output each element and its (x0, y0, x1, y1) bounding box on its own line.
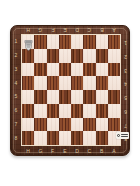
square-e8[interactable] (59, 131, 71, 145)
rank-label-left-4: 4 (11, 76, 21, 90)
square-e7[interactable] (59, 118, 71, 132)
square-a7[interactable] (108, 118, 120, 132)
square-h6[interactable] (22, 104, 34, 118)
file-label-bottom-b: B (96, 146, 108, 156)
square-f4[interactable] (47, 76, 59, 90)
square-e3[interactable] (59, 63, 71, 77)
square-g4[interactable] (34, 76, 46, 90)
square-e2[interactable] (59, 49, 71, 63)
file-label-top-e: E (59, 26, 71, 34)
square-b2[interactable] (96, 49, 108, 63)
square-b8[interactable] (96, 131, 108, 145)
rank-label-left-7: 7 (11, 118, 21, 132)
square-a2[interactable] (108, 49, 120, 63)
square-a1[interactable] (108, 35, 120, 49)
square-e4[interactable] (59, 76, 71, 90)
brand-label (116, 132, 129, 139)
rank-label-left-6: 6 (11, 104, 21, 118)
square-f2[interactable] (47, 49, 59, 63)
square-h3[interactable] (22, 63, 34, 77)
rank-label-right-4: 4 (121, 76, 130, 90)
file-label-bottom-c: C (83, 146, 95, 156)
square-g1[interactable] (34, 35, 46, 49)
square-d4[interactable] (71, 76, 83, 90)
square-d3[interactable] (71, 63, 83, 77)
rank-label-right-7: 7 (121, 118, 130, 132)
rank-label-right-3: 3 (121, 63, 130, 77)
square-c8[interactable] (83, 131, 95, 145)
file-label-top-c: C (83, 26, 95, 34)
coords-top: HGFEDCBA (22, 26, 120, 34)
rank-label-right-6: 6 (121, 104, 130, 118)
square-d7[interactable] (71, 118, 83, 132)
file-label-top-d: D (71, 26, 83, 34)
square-g7[interactable] (34, 118, 46, 132)
brand-logo-text (121, 134, 128, 137)
square-c7[interactable] (83, 118, 95, 132)
square-a3[interactable] (108, 63, 120, 77)
rank-label-left-8: 8 (11, 131, 21, 145)
square-d8[interactable] (71, 131, 83, 145)
playing-area (21, 34, 121, 146)
square-h8[interactable] (22, 131, 34, 145)
square-c3[interactable] (83, 63, 95, 77)
square-h5[interactable] (22, 90, 34, 104)
coords-bottom: HGFEDCBA (22, 146, 120, 156)
square-h7[interactable] (22, 118, 34, 132)
square-g2[interactable] (34, 49, 46, 63)
square-c1[interactable] (83, 35, 95, 49)
file-label-bottom-f: F (47, 146, 59, 156)
chess-board: HGFEDCBA HGFEDCBA 12345678 12345678 (10, 25, 130, 156)
square-f8[interactable] (47, 131, 59, 145)
square-a5[interactable] (108, 90, 120, 104)
square-g6[interactable] (34, 104, 46, 118)
square-f7[interactable] (47, 118, 59, 132)
square-g5[interactable] (34, 90, 46, 104)
square-h4[interactable] (22, 76, 34, 90)
coords-right: 12345678 (121, 35, 130, 145)
coords-left: 12345678 (11, 35, 21, 145)
square-c2[interactable] (83, 49, 95, 63)
rank-label-right-1: 1 (121, 35, 130, 49)
square-e6[interactable] (59, 104, 71, 118)
square-f3[interactable] (47, 63, 59, 77)
square-e5[interactable] (59, 90, 71, 104)
file-label-bottom-h: H (22, 146, 34, 156)
maker-crest-logo (24, 37, 33, 48)
rank-label-left-2: 2 (11, 49, 21, 63)
rank-label-left-3: 3 (11, 63, 21, 77)
file-label-top-b: B (96, 26, 108, 34)
file-label-bottom-a: A (108, 146, 120, 156)
square-b7[interactable] (96, 118, 108, 132)
rank-label-right-2: 2 (121, 49, 130, 63)
rank-label-left-5: 5 (11, 90, 21, 104)
square-f6[interactable] (47, 104, 59, 118)
square-c5[interactable] (83, 90, 95, 104)
file-label-top-h: H (22, 26, 34, 34)
square-b5[interactable] (96, 90, 108, 104)
square-f5[interactable] (47, 90, 59, 104)
square-d2[interactable] (71, 49, 83, 63)
square-b1[interactable] (96, 35, 108, 49)
square-g3[interactable] (34, 63, 46, 77)
brand-logo-icon (117, 134, 120, 137)
square-d1[interactable] (71, 35, 83, 49)
file-label-top-f: F (47, 26, 59, 34)
square-b4[interactable] (96, 76, 108, 90)
square-g8[interactable] (34, 131, 46, 145)
square-a6[interactable] (108, 104, 120, 118)
file-label-top-g: G (34, 26, 46, 34)
square-c6[interactable] (83, 104, 95, 118)
square-b6[interactable] (96, 104, 108, 118)
square-d5[interactable] (71, 90, 83, 104)
file-label-top-a: A (108, 26, 120, 34)
square-e1[interactable] (59, 35, 71, 49)
square-c4[interactable] (83, 76, 95, 90)
square-b3[interactable] (96, 63, 108, 77)
file-label-bottom-d: D (71, 146, 83, 156)
square-d6[interactable] (71, 104, 83, 118)
file-label-bottom-e: E (59, 146, 71, 156)
crest-icon (24, 40, 33, 51)
square-a4[interactable] (108, 76, 120, 90)
square-f1[interactable] (47, 35, 59, 49)
rank-label-right-5: 5 (121, 90, 130, 104)
rank-label-left-1: 1 (11, 35, 21, 49)
file-label-bottom-g: G (34, 146, 46, 156)
